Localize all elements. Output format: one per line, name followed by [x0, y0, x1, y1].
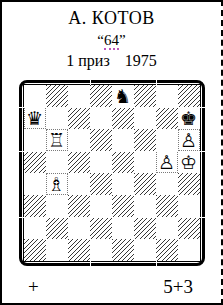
square-h8 — [178, 85, 200, 107]
square-e4 — [112, 173, 134, 195]
square-h1 — [178, 239, 200, 261]
white-bishop-piece: ♗ — [48, 174, 65, 193]
prize-text: 1 приз — [66, 52, 109, 69]
square-f2 — [134, 217, 156, 239]
square-d4 — [90, 173, 112, 195]
square-d1 — [90, 239, 112, 261]
open-quote: “ — [97, 32, 104, 48]
material-count: 5+3 — [163, 276, 193, 298]
square-h7: ♚ — [178, 107, 200, 129]
square-c8 — [68, 85, 90, 107]
square-b8 — [46, 85, 68, 107]
print-seam — [18, 107, 206, 108]
square-a5 — [24, 151, 46, 173]
square-f7 — [134, 107, 156, 129]
diagram-header: А. КОТОВ “64” 1 приз1975 — [2, 7, 221, 71]
study-card: А. КОТОВ “64” 1 приз1975 ♞♛♚♖♙♙♔♗ + 5+3 — [0, 0, 223, 305]
square-b5 — [46, 151, 68, 173]
square-e6 — [112, 129, 134, 151]
print-seam — [90, 261, 91, 267]
square-b1 — [46, 239, 68, 261]
square-f1 — [134, 239, 156, 261]
white-pawn-piece: ♙ — [180, 130, 197, 149]
diagram-footer: + 5+3 — [2, 276, 221, 298]
square-d6 — [90, 129, 112, 151]
square-a8 — [24, 85, 46, 107]
square-g7 — [156, 107, 178, 129]
stipulation-symbol: + — [28, 276, 39, 298]
square-d7 — [90, 107, 112, 129]
square-d5 — [90, 151, 112, 173]
square-c5 — [68, 151, 90, 173]
square-d3 — [90, 195, 112, 217]
square-d2 — [90, 217, 112, 239]
square-c4 — [68, 173, 90, 195]
black-knight-piece: ♞ — [114, 86, 131, 105]
square-a7: ♛ — [24, 107, 46, 129]
square-e2 — [112, 217, 134, 239]
white-rook-piece: ♖ — [48, 130, 65, 149]
square-e3 — [112, 195, 134, 217]
print-seam — [18, 151, 206, 152]
square-h6: ♙ — [178, 129, 200, 151]
square-b2 — [46, 217, 68, 239]
square-b3 — [46, 195, 68, 217]
square-h5: ♔ — [178, 151, 200, 173]
square-g6 — [156, 129, 178, 151]
square-c3 — [68, 195, 90, 217]
square-e5 — [112, 151, 134, 173]
source-magazine-name: 64 — [104, 32, 119, 50]
square-d8 — [90, 85, 112, 107]
print-seam — [156, 79, 157, 85]
print-seam — [156, 261, 157, 267]
print-seam — [18, 217, 206, 218]
square-h3 — [178, 195, 200, 217]
square-g2 — [156, 217, 178, 239]
square-f6 — [134, 129, 156, 151]
square-a3 — [24, 195, 46, 217]
square-a2 — [24, 217, 46, 239]
author-name: А. КОТОВ — [2, 7, 221, 30]
square-f5 — [134, 151, 156, 173]
prize-line: 1 приз1975 — [2, 50, 221, 71]
board-frame: ♞♛♚♖♙♙♔♗ — [19, 80, 205, 266]
square-b4: ♗ — [46, 173, 68, 195]
square-g3 — [156, 195, 178, 217]
year-text: 1975 — [125, 52, 157, 69]
square-b7 — [46, 107, 68, 129]
square-h2 — [178, 217, 200, 239]
square-e7 — [112, 107, 134, 129]
square-c7 — [68, 107, 90, 129]
square-a4 — [24, 173, 46, 195]
white-pawn-piece: ♙ — [158, 152, 175, 171]
square-a6 — [24, 129, 46, 151]
source-line: “64” — [2, 30, 221, 50]
square-g8 — [156, 85, 178, 107]
square-g5: ♙ — [156, 151, 178, 173]
square-h4 — [178, 173, 200, 195]
black-king-piece: ♚ — [180, 108, 197, 127]
square-b6: ♖ — [46, 129, 68, 151]
square-f3 — [134, 195, 156, 217]
square-e1 — [112, 239, 134, 261]
board-inner-frame: ♞♛♚♖♙♙♔♗ — [23, 84, 201, 262]
black-queen-piece: ♛ — [26, 108, 43, 127]
square-g1 — [156, 239, 178, 261]
square-c1 — [68, 239, 90, 261]
square-e8: ♞ — [112, 85, 134, 107]
chess-board: ♞♛♚♖♙♙♔♗ — [24, 85, 200, 261]
square-c2 — [68, 217, 90, 239]
square-a1 — [24, 239, 46, 261]
square-c6 — [68, 129, 90, 151]
close-quote: ” — [119, 32, 126, 48]
print-seam — [90, 79, 91, 85]
square-f8 — [134, 85, 156, 107]
square-f4 — [134, 173, 156, 195]
white-king-piece: ♔ — [180, 152, 197, 171]
square-g4 — [156, 173, 178, 195]
